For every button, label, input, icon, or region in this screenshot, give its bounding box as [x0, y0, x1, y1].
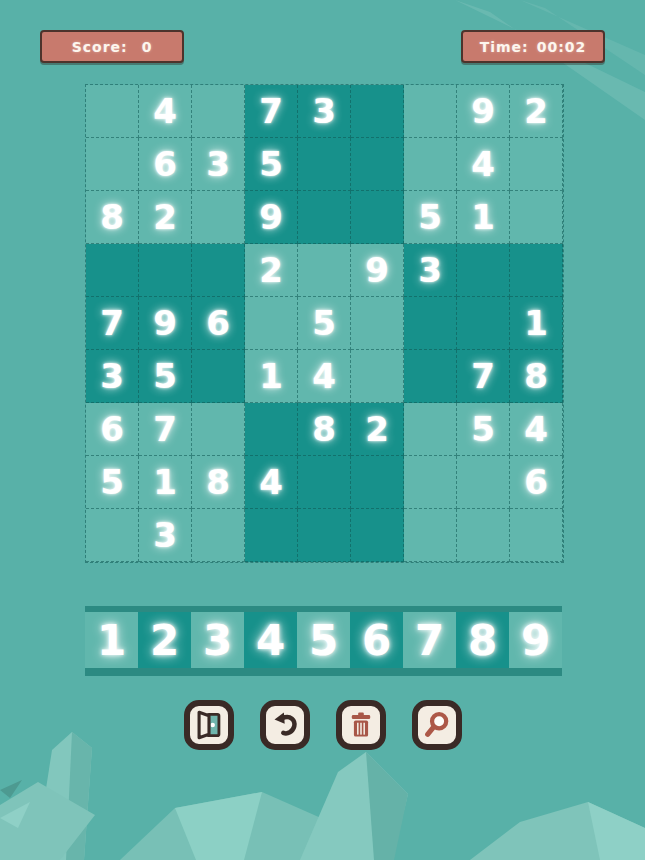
cell-r2c4[interactable]: 5 [245, 138, 298, 191]
palette-number-9[interactable]: 9 [509, 612, 562, 668]
cell-r6c6[interactable] [351, 350, 404, 403]
cell-r8c4[interactable]: 4 [245, 456, 298, 509]
cell-r7c7[interactable] [404, 403, 457, 456]
cell-r5c9[interactable]: 1 [510, 297, 563, 350]
cell-r9c1[interactable] [86, 509, 139, 562]
cell-r1c9[interactable]: 2 [510, 85, 563, 138]
cell-r5c1[interactable]: 7 [86, 297, 139, 350]
cell-r2c6[interactable] [351, 138, 404, 191]
cell-r6c5[interactable]: 4 [298, 350, 351, 403]
cell-r2c8[interactable]: 4 [457, 138, 510, 191]
cell-r8c1[interactable]: 5 [86, 456, 139, 509]
cell-r3c9[interactable] [510, 191, 563, 244]
cell-r7c8[interactable]: 5 [457, 403, 510, 456]
cell-r3c3[interactable] [192, 191, 245, 244]
cell-r2c1[interactable] [86, 138, 139, 191]
cell-r5c8[interactable] [457, 297, 510, 350]
cell-r9c3[interactable] [192, 509, 245, 562]
toolbar [0, 700, 645, 750]
cell-r8c9[interactable]: 6 [510, 456, 563, 509]
cell-r1c8[interactable]: 9 [457, 85, 510, 138]
cell-r6c1[interactable]: 3 [86, 350, 139, 403]
cell-r6c9[interactable]: 8 [510, 350, 563, 403]
cell-r1c4[interactable]: 7 [245, 85, 298, 138]
number-palette: 123456789 [85, 612, 562, 668]
cell-r9c5[interactable] [298, 509, 351, 562]
undo-arrow-icon [268, 708, 302, 742]
cell-r7c1[interactable]: 6 [86, 403, 139, 456]
cell-r9c6[interactable] [351, 509, 404, 562]
cell-r5c7[interactable] [404, 297, 457, 350]
cell-r3c7[interactable]: 5 [404, 191, 457, 244]
cell-r6c3[interactable] [192, 350, 245, 403]
cell-r4c8[interactable] [457, 244, 510, 297]
palette-number-8[interactable]: 8 [456, 612, 509, 668]
cell-r2c2[interactable]: 6 [139, 138, 192, 191]
cell-r2c7[interactable] [404, 138, 457, 191]
cell-r8c3[interactable]: 8 [192, 456, 245, 509]
time-label: Time: [480, 39, 529, 55]
cell-r7c6[interactable]: 2 [351, 403, 404, 456]
cell-r6c4[interactable]: 1 [245, 350, 298, 403]
cell-r9c9[interactable] [510, 509, 563, 562]
cell-r3c6[interactable] [351, 191, 404, 244]
cell-r4c5[interactable] [298, 244, 351, 297]
cell-r5c2[interactable]: 9 [139, 297, 192, 350]
undo-button[interactable] [260, 700, 310, 750]
cell-r4c6[interactable]: 9 [351, 244, 404, 297]
score-badge: Score: 0 [40, 30, 184, 63]
cell-r8c8[interactable] [457, 456, 510, 509]
cell-r8c5[interactable] [298, 456, 351, 509]
palette-number-7[interactable]: 7 [403, 612, 456, 668]
cell-r9c2[interactable]: 3 [139, 509, 192, 562]
cell-r7c5[interactable]: 8 [298, 403, 351, 456]
cell-r1c1[interactable] [86, 85, 139, 138]
cell-r4c2[interactable] [139, 244, 192, 297]
cell-r6c8[interactable]: 7 [457, 350, 510, 403]
cell-r2c9[interactable] [510, 138, 563, 191]
number-palette-tray: 123456789 [85, 606, 562, 676]
cell-r7c3[interactable] [192, 403, 245, 456]
palette-number-1[interactable]: 1 [85, 612, 138, 668]
magnifier-icon [420, 708, 454, 742]
cell-r1c6[interactable] [351, 85, 404, 138]
cell-r5c3[interactable]: 6 [192, 297, 245, 350]
cell-r8c6[interactable] [351, 456, 404, 509]
cell-r2c5[interactable] [298, 138, 351, 191]
cell-r5c6[interactable] [351, 297, 404, 350]
cell-r3c5[interactable] [298, 191, 351, 244]
cell-r1c2[interactable]: 4 [139, 85, 192, 138]
exit-button[interactable] [184, 700, 234, 750]
cell-r4c7[interactable]: 3 [404, 244, 457, 297]
time-badge: Time: 00:02 [461, 30, 605, 63]
palette-number-6[interactable]: 6 [350, 612, 403, 668]
cell-r4c3[interactable] [192, 244, 245, 297]
cell-r9c7[interactable] [404, 509, 457, 562]
cell-r3c8[interactable]: 1 [457, 191, 510, 244]
cell-r2c3[interactable]: 3 [192, 138, 245, 191]
cell-r3c1[interactable]: 8 [86, 191, 139, 244]
score-value: 0 [142, 39, 153, 55]
cell-r5c4[interactable] [245, 297, 298, 350]
cell-r3c4[interactable]: 9 [245, 191, 298, 244]
erase-button[interactable] [336, 700, 386, 750]
cell-r6c2[interactable]: 5 [139, 350, 192, 403]
cell-r1c7[interactable] [404, 85, 457, 138]
hint-button[interactable] [412, 700, 462, 750]
score-label: Score: [72, 39, 128, 55]
cell-r9c8[interactable] [457, 509, 510, 562]
cell-r8c7[interactable] [404, 456, 457, 509]
door-icon [192, 708, 226, 742]
cell-r4c9[interactable] [510, 244, 563, 297]
palette-number-2[interactable]: 2 [138, 612, 191, 668]
cell-r5c5[interactable]: 5 [298, 297, 351, 350]
cell-r1c3[interactable] [192, 85, 245, 138]
cell-r4c4[interactable]: 2 [245, 244, 298, 297]
cell-r7c2[interactable]: 7 [139, 403, 192, 456]
cell-r4c1[interactable] [86, 244, 139, 297]
sudoku-board: 4739263548295129379651351478678254518463 [85, 84, 564, 563]
time-value: 00:02 [537, 39, 587, 55]
cell-r6c7[interactable] [404, 350, 457, 403]
cell-r7c9[interactable]: 4 [510, 403, 563, 456]
cell-r9c4[interactable] [245, 509, 298, 562]
cell-r8c2[interactable]: 1 [139, 456, 192, 509]
trash-icon [344, 708, 378, 742]
cell-r1c5[interactable]: 3 [298, 85, 351, 138]
cell-r7c4[interactable] [245, 403, 298, 456]
palette-number-5[interactable]: 5 [297, 612, 350, 668]
cell-r3c2[interactable]: 2 [139, 191, 192, 244]
palette-number-4[interactable]: 4 [244, 612, 297, 668]
palette-number-3[interactable]: 3 [191, 612, 244, 668]
